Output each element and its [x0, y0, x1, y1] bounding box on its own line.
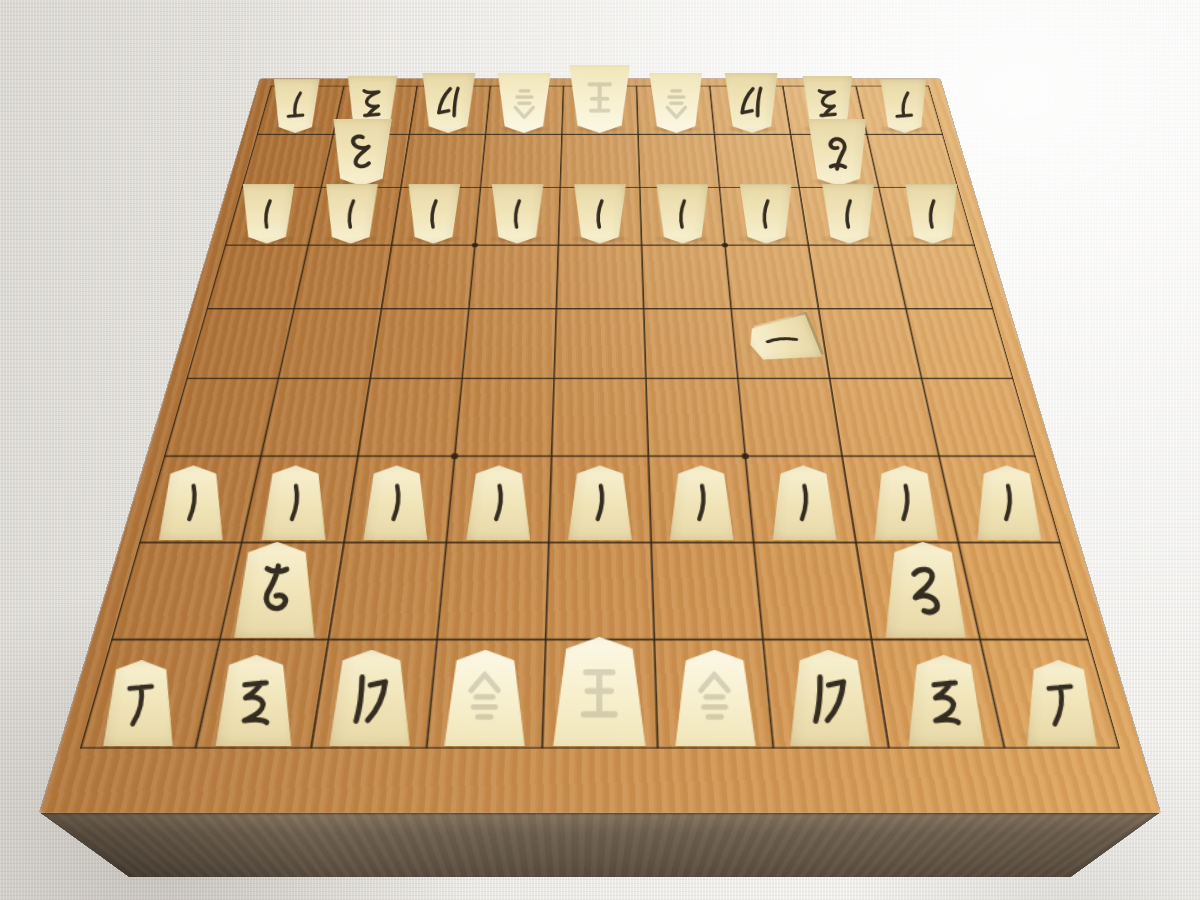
- shogi-piece-pawn-sente[interactable]: [566, 466, 634, 541]
- board-square-8h: [220, 543, 344, 640]
- shogi-piece-knight-sente[interactable]: [904, 655, 987, 746]
- board-square-4g: [648, 456, 753, 542]
- board-square-7i: [311, 639, 437, 748]
- shogi-piece-pawn-gote[interactable]: [572, 184, 627, 243]
- board-square-2c: [799, 187, 892, 245]
- board-square-8i: [195, 639, 328, 748]
- board-square-5a: [562, 86, 638, 135]
- board-square-2h: [856, 543, 980, 640]
- board-square-3g: [745, 456, 856, 542]
- shogi-piece-bishop-sente[interactable]: [232, 541, 320, 637]
- shogi-piece-pawn-gote[interactable]: [738, 184, 794, 243]
- shogi-piece-pawn-sente[interactable]: [157, 466, 227, 541]
- shogi-piece-lance-sente[interactable]: [101, 660, 178, 746]
- board-square-6c: [475, 187, 560, 245]
- shogi-piece-lance-sente[interactable]: [1021, 660, 1098, 746]
- board-square-8g: [242, 456, 358, 542]
- shogi-piece-knight-sente[interactable]: [213, 655, 296, 746]
- board-square-5c: [558, 187, 641, 245]
- board-square-1a: [856, 86, 943, 135]
- shogi-piece-pawn-sente[interactable]: [668, 466, 736, 541]
- shogi-piece-pawn-gote[interactable]: [323, 184, 380, 243]
- board-square-7g: [344, 456, 455, 542]
- board-square-9c: [225, 187, 321, 245]
- shogi-piece-gold-sente[interactable]: [672, 650, 758, 747]
- board-square-6a: [486, 86, 564, 135]
- board-square-8c: [308, 187, 401, 245]
- shogi-piece-pawn-gote[interactable]: [406, 184, 462, 243]
- shogi-piece-gold-gote[interactable]: [496, 73, 553, 133]
- shogi-piece-king-sente[interactable]: [551, 637, 649, 746]
- shogi-piece-pawn-sente[interactable]: [464, 466, 532, 541]
- board-square-3i: [763, 639, 889, 748]
- board-square-7c: [392, 187, 481, 245]
- board-square-1g: [939, 456, 1061, 542]
- shogi-piece-pawn-gote[interactable]: [489, 184, 545, 243]
- shogi-piece-pawn-sente[interactable]: [972, 466, 1042, 541]
- shogi-piece-gold-sente[interactable]: [442, 650, 528, 747]
- board-square-1c: [879, 187, 975, 245]
- board-square-9g: [139, 456, 261, 542]
- board-square-4a: [637, 86, 715, 135]
- board-square-6g: [446, 456, 551, 542]
- shogi-piece-pawn-sente[interactable]: [769, 466, 838, 541]
- shogi-piece-king-gote[interactable]: [568, 65, 633, 133]
- board-square-8b: [321, 134, 409, 187]
- board-square-3a: [710, 86, 791, 135]
- board-square-5i: [542, 639, 658, 748]
- shogi-photo-scene: [0, 0, 1200, 900]
- board-square-2g: [842, 456, 958, 542]
- shogi-piece-silver-gote[interactable]: [723, 73, 780, 133]
- shogi-piece-lance-gote[interactable]: [271, 79, 321, 133]
- shogi-piece-gold-gote[interactable]: [648, 73, 705, 133]
- shogi-piece-pawn-sente[interactable]: [871, 466, 941, 541]
- board-square-3c: [719, 187, 808, 245]
- shogi-piece-pawn-gote[interactable]: [821, 184, 878, 243]
- shogi-piece-pawn-sente[interactable]: [259, 466, 329, 541]
- loose-pawn[interactable]: [743, 313, 823, 368]
- shogi-piece-pawn-gote[interactable]: [904, 184, 961, 243]
- shogi-piece-lance-gote[interactable]: [879, 79, 929, 133]
- shogi-piece-rook-gote[interactable]: [330, 119, 394, 187]
- board-square-7a: [409, 86, 490, 135]
- board-square-6i: [427, 639, 546, 748]
- board-square-4i: [654, 639, 773, 748]
- board-square-5g: [549, 456, 651, 542]
- board-square-3e: [731, 309, 830, 379]
- shogi-piece-pawn-sente[interactable]: [362, 466, 431, 541]
- shogi-piece-silver-sente[interactable]: [326, 650, 413, 747]
- board-square-2b: [791, 134, 879, 187]
- shogi-piece-bishop-gote[interactable]: [806, 119, 870, 187]
- shogi-piece-silver-sente[interactable]: [786, 650, 873, 747]
- shogi-piece-pawn-gote[interactable]: [655, 184, 711, 243]
- shogi-piece-silver-gote[interactable]: [419, 73, 476, 133]
- board-front-face: [40, 813, 1160, 877]
- shogi-piece-pawn-gote[interactable]: [239, 184, 296, 243]
- board-square-1i: [980, 639, 1120, 748]
- board-square-4c: [640, 187, 725, 245]
- shogi-piece-rook-sente[interactable]: [880, 541, 968, 637]
